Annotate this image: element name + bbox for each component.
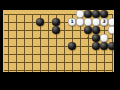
letterbox-bar-top	[0, 0, 120, 10]
white-stone	[92, 18, 100, 26]
black-stone	[52, 18, 60, 26]
black-stone	[100, 42, 108, 50]
black-stone	[92, 34, 100, 42]
grid-line-horizontal	[108, 70, 112, 71]
video-frame: 13	[0, 0, 120, 90]
black-stone	[92, 42, 100, 50]
grid-line-horizontal	[108, 38, 112, 39]
black-stone	[92, 10, 100, 18]
white-stone	[84, 18, 92, 26]
black-stone	[92, 26, 100, 34]
black-stone	[84, 10, 92, 18]
black-stone	[84, 26, 92, 34]
grid-line-horizontal	[108, 14, 112, 15]
white-stone: 1	[68, 18, 76, 26]
black-stone	[68, 42, 76, 50]
black-stone	[100, 10, 108, 18]
grid-line-horizontal	[108, 62, 112, 63]
letterbox-bar-bottom	[0, 72, 120, 90]
grid-line-horizontal	[108, 54, 112, 55]
letterbox-bar-left	[0, 0, 3, 90]
go-board: 13	[4, 10, 116, 74]
white-stone	[76, 10, 84, 18]
black-stone	[36, 18, 44, 26]
white-stone	[76, 18, 84, 26]
move-number-label: 3	[102, 20, 105, 25]
hoshi-point	[87, 37, 89, 39]
white-stone	[100, 34, 108, 42]
hoshi-point	[39, 37, 41, 39]
black-stone	[52, 26, 60, 34]
letterbox-bar-right	[114, 0, 120, 90]
move-number-label: 1	[70, 20, 73, 25]
white-stone: 3	[100, 18, 108, 26]
